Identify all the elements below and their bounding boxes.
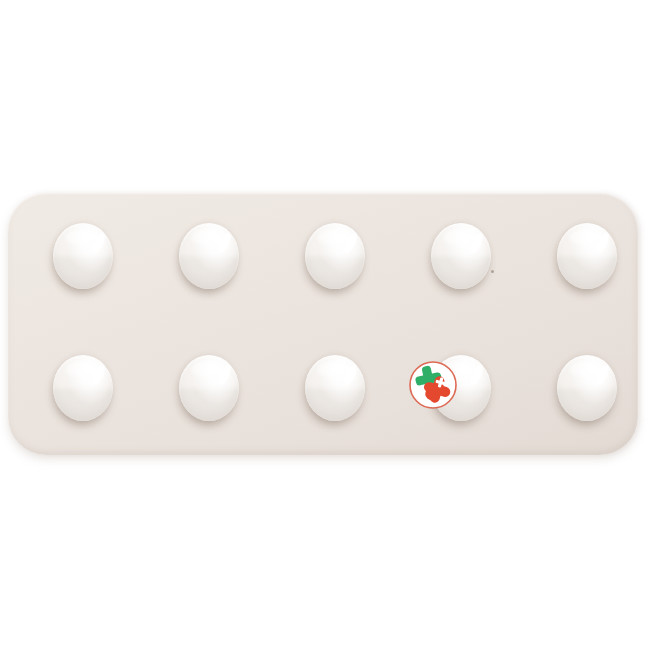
pill-blister — [53, 355, 113, 421]
pill-blister — [53, 223, 113, 289]
pill-grid — [8, 193, 638, 421]
dust-speck — [491, 270, 494, 273]
blister-pack — [8, 193, 638, 455]
pharmacy-logo-watermark — [409, 361, 457, 409]
pill-blister — [179, 223, 239, 289]
pill-blister — [557, 223, 617, 289]
pill-blister — [179, 355, 239, 421]
pill-blister — [557, 355, 617, 421]
photo-canvas — [0, 0, 648, 648]
pill-blister — [305, 223, 365, 289]
pill-blister — [305, 355, 365, 421]
pill-blister — [431, 223, 491, 289]
pharmacy-logo-svg — [409, 361, 457, 409]
